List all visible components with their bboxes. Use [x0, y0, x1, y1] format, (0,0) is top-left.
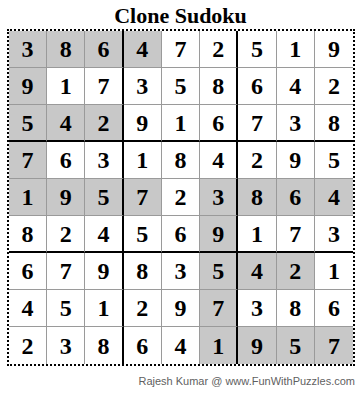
cell-r7c8[interactable]: 2: [277, 253, 315, 290]
cell-r9c6[interactable]: 1: [200, 327, 238, 364]
cell-r1c7[interactable]: 5: [238, 31, 276, 68]
cell-r8c8[interactable]: 8: [277, 290, 315, 327]
cell-r8c9[interactable]: 6: [315, 290, 353, 327]
cell-r5c6[interactable]: 3: [200, 179, 238, 216]
cell-r9c3[interactable]: 8: [85, 327, 123, 364]
cell-r2c2[interactable]: 1: [47, 68, 85, 105]
cell-r8c4[interactable]: 2: [124, 290, 162, 327]
cell-r3c4[interactable]: 9: [124, 105, 162, 142]
cell-r9c5[interactable]: 4: [162, 327, 200, 364]
cell-r2c5[interactable]: 5: [162, 68, 200, 105]
cell-r6c7[interactable]: 1: [238, 216, 276, 253]
cell-r8c7[interactable]: 3: [238, 290, 276, 327]
cell-r5c4[interactable]: 7: [124, 179, 162, 216]
cell-r4c9[interactable]: 5: [315, 142, 353, 179]
cell-r5c3[interactable]: 5: [85, 179, 123, 216]
cell-r1c4[interactable]: 4: [124, 31, 162, 68]
cell-r9c9[interactable]: 7: [315, 327, 353, 364]
puzzle-page: Clone Sudoku 386472519917358642542916738…: [0, 0, 361, 400]
cell-r7c5[interactable]: 3: [162, 253, 200, 290]
cell-r8c6[interactable]: 7: [200, 290, 238, 327]
cell-r9c2[interactable]: 3: [47, 327, 85, 364]
cell-r9c7[interactable]: 9: [238, 327, 276, 364]
cell-r9c4[interactable]: 6: [124, 327, 162, 364]
cell-r3c6[interactable]: 6: [200, 105, 238, 142]
credit-text: Rajesh Kumar @ www.FunWithPuzzles.com: [0, 375, 361, 387]
cell-r1c8[interactable]: 1: [277, 31, 315, 68]
cell-r2c3[interactable]: 7: [85, 68, 123, 105]
cell-r5c5[interactable]: 2: [162, 179, 200, 216]
cell-r2c7[interactable]: 6: [238, 68, 276, 105]
cell-r6c6[interactable]: 9: [200, 216, 238, 253]
cell-r4c2[interactable]: 6: [47, 142, 85, 179]
cell-r8c1[interactable]: 4: [9, 290, 47, 327]
cell-r7c9[interactable]: 1: [315, 253, 353, 290]
cell-r7c3[interactable]: 9: [85, 253, 123, 290]
cell-r3c3[interactable]: 2: [85, 105, 123, 142]
cell-r4c1[interactable]: 7: [9, 142, 47, 179]
cell-r3c7[interactable]: 7: [238, 105, 276, 142]
page-title: Clone Sudoku: [0, 0, 361, 29]
cell-r4c4[interactable]: 1: [124, 142, 162, 179]
cell-r6c2[interactable]: 2: [47, 216, 85, 253]
cell-r3c1[interactable]: 5: [9, 105, 47, 142]
cell-r4c7[interactable]: 2: [238, 142, 276, 179]
cell-r7c1[interactable]: 6: [9, 253, 47, 290]
cell-r3c9[interactable]: 8: [315, 105, 353, 142]
cell-r5c2[interactable]: 9: [47, 179, 85, 216]
cell-r7c7[interactable]: 4: [238, 253, 276, 290]
cell-r7c6[interactable]: 5: [200, 253, 238, 290]
cell-r3c8[interactable]: 3: [277, 105, 315, 142]
cell-r5c9[interactable]: 4: [315, 179, 353, 216]
cell-r5c8[interactable]: 6: [277, 179, 315, 216]
cell-r6c5[interactable]: 6: [162, 216, 200, 253]
cell-r6c3[interactable]: 4: [85, 216, 123, 253]
cell-r4c6[interactable]: 4: [200, 142, 238, 179]
cell-r7c2[interactable]: 7: [47, 253, 85, 290]
cell-r1c9[interactable]: 9: [315, 31, 353, 68]
cell-r2c1[interactable]: 9: [9, 68, 47, 105]
cell-r3c5[interactable]: 1: [162, 105, 200, 142]
cell-r8c5[interactable]: 9: [162, 290, 200, 327]
cell-r4c5[interactable]: 8: [162, 142, 200, 179]
cell-r8c2[interactable]: 5: [47, 290, 85, 327]
cell-r9c8[interactable]: 5: [277, 327, 315, 364]
cell-r6c8[interactable]: 7: [277, 216, 315, 253]
cell-r6c4[interactable]: 5: [124, 216, 162, 253]
cell-r1c2[interactable]: 8: [47, 31, 85, 68]
cell-r2c9[interactable]: 2: [315, 68, 353, 105]
cell-r6c1[interactable]: 8: [9, 216, 47, 253]
cell-r2c8[interactable]: 4: [277, 68, 315, 105]
cell-r1c6[interactable]: 2: [200, 31, 238, 68]
cell-r4c3[interactable]: 3: [85, 142, 123, 179]
cell-r1c5[interactable]: 7: [162, 31, 200, 68]
cell-r1c1[interactable]: 3: [9, 31, 47, 68]
cell-r3c2[interactable]: 4: [47, 105, 85, 142]
sudoku-board: 3864725199173586425429167387631842951957…: [7, 29, 355, 366]
cell-r8c3[interactable]: 1: [85, 290, 123, 327]
cell-r4c8[interactable]: 9: [277, 142, 315, 179]
cell-r2c6[interactable]: 8: [200, 68, 238, 105]
cell-r5c1[interactable]: 1: [9, 179, 47, 216]
cell-r2c4[interactable]: 3: [124, 68, 162, 105]
cell-r9c1[interactable]: 2: [9, 327, 47, 364]
cell-r6c9[interactable]: 3: [315, 216, 353, 253]
cell-r1c3[interactable]: 6: [85, 31, 123, 68]
cell-r5c7[interactable]: 8: [238, 179, 276, 216]
cell-r7c4[interactable]: 8: [124, 253, 162, 290]
